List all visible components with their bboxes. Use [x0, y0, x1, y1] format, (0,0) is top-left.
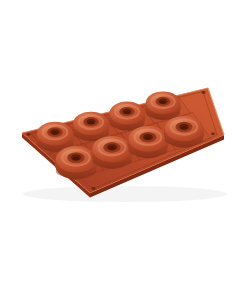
- ground-shadow: [23, 186, 227, 202]
- cavity-hole-core: [181, 126, 187, 129]
- cavity-hole-core: [109, 147, 115, 151]
- corner-hole: [27, 133, 31, 136]
- cavity-hole-core: [73, 157, 79, 161]
- mould-cavity: [127, 126, 168, 158]
- cavity-hole-core: [160, 101, 165, 104]
- corner-hole: [202, 91, 206, 94]
- mould-cavity: [91, 136, 133, 169]
- cavity-hole-core: [88, 121, 94, 124]
- product-photo: [0, 0, 236, 305]
- mould-sheet: [22, 86, 224, 197]
- mould-illustration: [0, 0, 236, 305]
- cavity-hole-core: [145, 136, 151, 140]
- mould-cavity: [109, 102, 146, 131]
- mould-cavity: [145, 92, 181, 121]
- cavity-hole-core: [52, 131, 58, 134]
- mould-cavity: [55, 146, 97, 179]
- cavity-hole-core: [124, 111, 130, 114]
- mould-cavity: [72, 112, 109, 141]
- corner-hole: [92, 187, 96, 190]
- mould-cavity: [164, 116, 205, 148]
- corner-hole: [211, 132, 215, 135]
